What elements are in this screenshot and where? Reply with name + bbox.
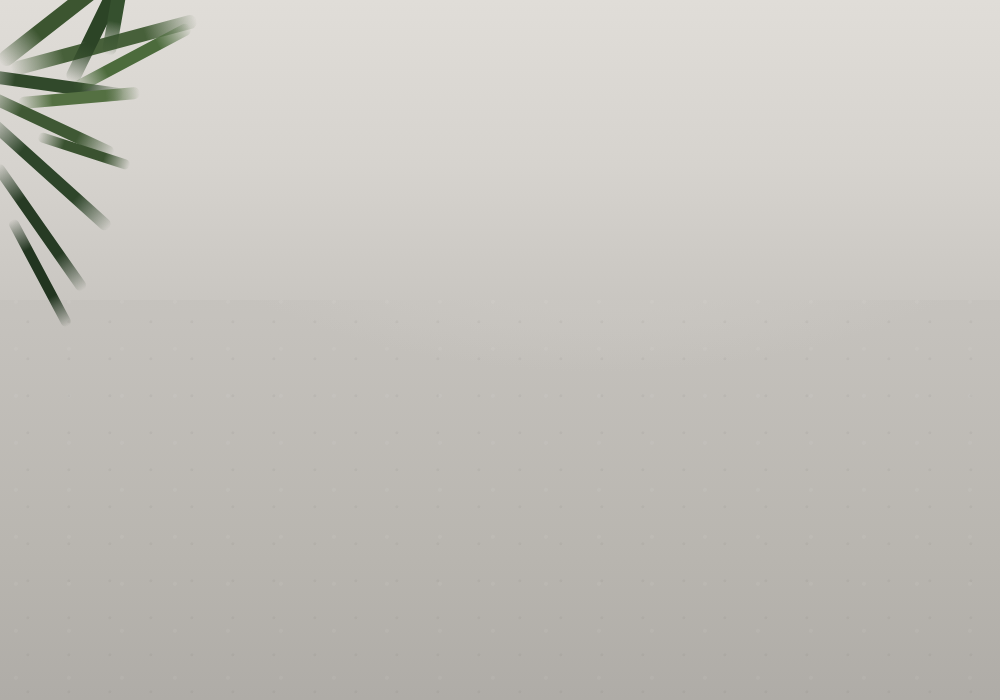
palm-plant-left (0, 0, 400, 400)
photo-scene (0, 0, 1000, 700)
